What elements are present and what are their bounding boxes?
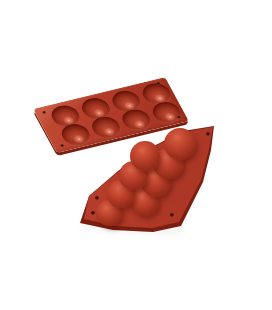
corner-hole: [206, 132, 211, 137]
dome-layer: [0, 0, 272, 310]
sphere-dome: [130, 141, 160, 171]
sphere-dome: [164, 128, 196, 160]
corner-hole: [91, 211, 96, 216]
corner-hole: [170, 213, 175, 218]
product-photo: [0, 0, 272, 310]
corner-hole: [95, 196, 100, 201]
